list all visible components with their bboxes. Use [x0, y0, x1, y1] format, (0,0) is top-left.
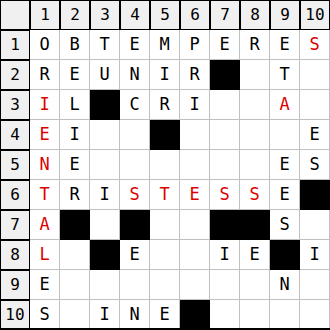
cell-9-2[interactable] — [60, 270, 90, 300]
cell-5-8[interactable] — [240, 150, 270, 180]
cell-3-7[interactable] — [210, 90, 240, 120]
cell-5-1[interactable]: N — [30, 150, 60, 180]
cell-9-7[interactable] — [210, 270, 240, 300]
row-header-6: 6 — [0, 180, 30, 210]
cell-7-6[interactable] — [180, 210, 210, 240]
cell-7-10[interactable] — [300, 210, 330, 240]
cell-5-10[interactable]: S — [300, 150, 330, 180]
cell-3-3 — [90, 90, 120, 120]
row-header-7: 7 — [0, 210, 30, 240]
cell-2-1[interactable]: R — [30, 60, 60, 90]
cell-7-3[interactable] — [90, 210, 120, 240]
cell-1-9[interactable]: E — [270, 30, 300, 60]
cell-2-4[interactable]: N — [120, 60, 150, 90]
cell-7-5[interactable] — [150, 210, 180, 240]
cell-5-9[interactable]: E — [270, 150, 300, 180]
cell-5-6[interactable] — [180, 150, 210, 180]
cell-3-5[interactable]: R — [150, 90, 180, 120]
cell-9-5[interactable] — [150, 270, 180, 300]
cell-2-6[interactable]: R — [180, 60, 210, 90]
cell-8-6[interactable] — [180, 240, 210, 270]
cell-8-7[interactable]: I — [210, 240, 240, 270]
crossword-board: 123456789101OBTEMPERES2REUNIRT3ILCRIA4EI… — [0, 0, 330, 330]
cell-5-7[interactable] — [210, 150, 240, 180]
row-header-8: 8 — [0, 240, 30, 270]
cell-5-4[interactable] — [120, 150, 150, 180]
cell-5-3[interactable] — [90, 150, 120, 180]
cell-7-9[interactable]: S — [270, 210, 300, 240]
cell-3-2[interactable]: L — [60, 90, 90, 120]
cell-6-5[interactable]: T — [150, 180, 180, 210]
cell-1-10[interactable]: S — [300, 30, 330, 60]
row-header-1: 1 — [0, 30, 30, 60]
col-header-4: 4 — [120, 0, 150, 30]
row-header-4: 4 — [0, 120, 30, 150]
row-header-5: 5 — [0, 150, 30, 180]
crossword-grid: 123456789101OBTEMPERES2REUNIRT3ILCRIA4EI… — [0, 0, 330, 330]
cell-4-3[interactable] — [90, 120, 120, 150]
cell-2-9[interactable]: T — [270, 60, 300, 90]
cell-8-8[interactable]: E — [240, 240, 270, 270]
cell-8-9 — [270, 240, 300, 270]
cell-6-9[interactable]: E — [270, 180, 300, 210]
cell-2-3[interactable]: U — [90, 60, 120, 90]
cell-6-1[interactable]: T — [30, 180, 60, 210]
cell-7-7 — [210, 210, 240, 240]
col-header-7: 7 — [210, 0, 240, 30]
cell-4-5 — [150, 120, 180, 150]
cell-1-5[interactable]: M — [150, 30, 180, 60]
cell-10-9[interactable] — [270, 300, 300, 330]
cell-8-5[interactable] — [150, 240, 180, 270]
cell-9-10[interactable] — [300, 270, 330, 300]
cell-7-1[interactable]: A — [30, 210, 60, 240]
cell-3-6[interactable]: I — [180, 90, 210, 120]
col-header-10: 10 — [300, 0, 330, 30]
cell-6-2[interactable]: R — [60, 180, 90, 210]
cell-7-2 — [60, 210, 90, 240]
cell-4-4[interactable] — [120, 120, 150, 150]
cell-3-9[interactable]: A — [270, 90, 300, 120]
cell-4-7[interactable] — [210, 120, 240, 150]
cell-10-2[interactable] — [60, 300, 90, 330]
col-header-9: 9 — [270, 0, 300, 30]
cell-7-4 — [120, 210, 150, 240]
cell-9-1[interactable]: E — [30, 270, 60, 300]
cell-5-5[interactable] — [150, 150, 180, 180]
row-header-3: 3 — [0, 90, 30, 120]
cell-8-3 — [90, 240, 120, 270]
cell-9-9[interactable]: N — [270, 270, 300, 300]
col-header-5: 5 — [150, 0, 180, 30]
cell-3-8[interactable] — [240, 90, 270, 120]
cell-4-1[interactable]: E — [30, 120, 60, 150]
cell-7-8 — [240, 210, 270, 240]
cell-2-7 — [210, 60, 240, 90]
cell-6-8[interactable]: S — [240, 180, 270, 210]
cell-5-2[interactable]: E — [60, 150, 90, 180]
cell-1-8[interactable]: R — [240, 30, 270, 60]
cell-6-3[interactable]: I — [90, 180, 120, 210]
cell-9-4[interactable] — [120, 270, 150, 300]
cell-8-1[interactable]: L — [30, 240, 60, 270]
cell-4-9[interactable] — [270, 120, 300, 150]
col-header-2: 2 — [60, 0, 90, 30]
cell-2-10[interactable] — [300, 60, 330, 90]
corner-cell — [0, 0, 30, 30]
cell-6-10 — [300, 180, 330, 210]
col-header-8: 8 — [240, 0, 270, 30]
cell-3-10[interactable] — [300, 90, 330, 120]
cell-1-7[interactable]: E — [210, 30, 240, 60]
cell-4-8[interactable] — [240, 120, 270, 150]
cell-10-7[interactable] — [210, 300, 240, 330]
row-header-2: 2 — [0, 60, 30, 90]
cell-2-5[interactable]: I — [150, 60, 180, 90]
cell-6-6[interactable]: E — [180, 180, 210, 210]
cell-1-3[interactable]: T — [90, 30, 120, 60]
cell-10-5[interactable]: E — [150, 300, 180, 330]
cell-8-4[interactable]: E — [120, 240, 150, 270]
cell-9-3[interactable] — [90, 270, 120, 300]
cell-10-8[interactable] — [240, 300, 270, 330]
cell-8-2[interactable] — [60, 240, 90, 270]
cell-6-7[interactable]: S — [210, 180, 240, 210]
cell-3-1[interactable]: I — [30, 90, 60, 120]
cell-9-6[interactable] — [180, 270, 210, 300]
cell-4-2[interactable]: I — [60, 120, 90, 150]
cell-1-2[interactable]: B — [60, 30, 90, 60]
cell-4-10[interactable]: E — [300, 120, 330, 150]
row-header-10: 10 — [0, 300, 30, 330]
cell-2-8[interactable] — [240, 60, 270, 90]
col-header-1: 1 — [30, 0, 60, 30]
cell-3-4[interactable]: C — [120, 90, 150, 120]
cell-1-4[interactable]: E — [120, 30, 150, 60]
cell-1-6[interactable]: P — [180, 30, 210, 60]
cell-10-10[interactable] — [300, 300, 330, 330]
cell-10-6 — [180, 300, 210, 330]
cell-9-8[interactable] — [240, 270, 270, 300]
row-header-9: 9 — [0, 270, 30, 300]
cell-8-10[interactable]: I — [300, 240, 330, 270]
cell-10-1[interactable]: S — [30, 300, 60, 330]
cell-10-3[interactable]: I — [90, 300, 120, 330]
cell-4-6[interactable] — [180, 120, 210, 150]
cell-10-4[interactable]: N — [120, 300, 150, 330]
col-header-3: 3 — [90, 0, 120, 30]
cell-2-2[interactable]: E — [60, 60, 90, 90]
cell-6-4[interactable]: S — [120, 180, 150, 210]
cell-1-1[interactable]: O — [30, 30, 60, 60]
col-header-6: 6 — [180, 0, 210, 30]
